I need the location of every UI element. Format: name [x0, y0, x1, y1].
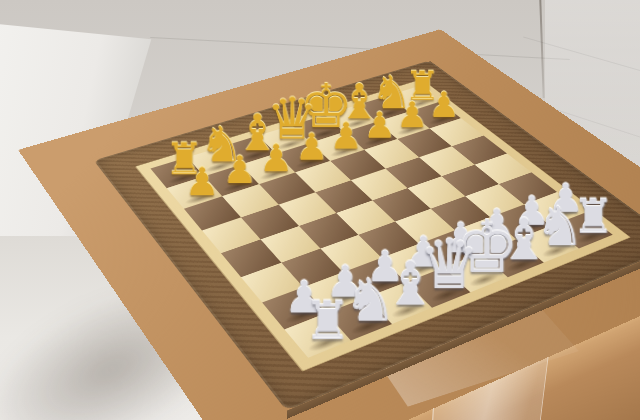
square-e2: ♟ [311, 132, 365, 161]
square-f2: ♟ [344, 122, 397, 150]
square-e4 [351, 169, 408, 201]
gold-queen: ♛ [266, 92, 317, 146]
gold-pawn: ♟ [222, 152, 256, 188]
square-e1: ♚ [292, 115, 344, 143]
square-g4 [419, 146, 475, 176]
gold-pawn: ♟ [184, 164, 219, 201]
gold-pawn: ♟ [329, 119, 362, 154]
piece-shadow [274, 138, 306, 152]
piece-shadow [361, 134, 393, 148]
gold-bishop: ♝ [337, 79, 380, 125]
square-h3 [430, 118, 484, 146]
piece-shadow [374, 107, 405, 120]
piece-shadow [394, 124, 425, 137]
square-h2: ♟ [409, 102, 461, 129]
silver-rook: ♜ [304, 296, 351, 346]
stage: ♜♞♝♛♚♝♞♜♟♟♟♟♟♟♟♟♟♟♟♟♟♟♟♟♜♞♝♛♚♝♞♜ [0, 0, 640, 420]
gold-pawn: ♟ [428, 88, 460, 121]
square-e3 [330, 150, 385, 180]
square-h5 [475, 153, 532, 184]
photo-scene: ♜♞♝♛♚♝♞♜♟♟♟♟♟♟♟♟♟♟♟♟♟♟♟♟♜♞♝♛♚♝♞♜ [0, 0, 640, 420]
gold-knight: ♞ [370, 71, 411, 115]
square-g3 [397, 129, 451, 158]
piece-shadow [341, 117, 372, 130]
gold-pawn: ♟ [363, 108, 395, 142]
piece-shadow [308, 127, 340, 140]
square-f3 [364, 139, 419, 168]
piece-shadow [293, 156, 326, 170]
piece-shadow [405, 97, 435, 109]
gold-rook: ♜ [404, 67, 440, 105]
square-g1: ♞ [357, 95, 408, 121]
piece-shadow [257, 167, 291, 182]
square-d2: ♟ [276, 143, 330, 173]
square-f1: ♝ [325, 105, 377, 132]
piece-shadow [327, 145, 359, 159]
piece-shadow [426, 114, 457, 127]
square-h4 [452, 135, 507, 164]
gold-pawn: ♟ [294, 129, 327, 164]
square-g5 [442, 165, 499, 197]
square-g2: ♟ [377, 112, 430, 139]
gold-king: ♚ [299, 78, 353, 135]
square-d1: ♛ [258, 125, 311, 153]
square-h1: ♜ [389, 86, 440, 112]
gold-pawn: ♟ [259, 141, 293, 177]
gold-pawn: ♟ [396, 98, 428, 132]
